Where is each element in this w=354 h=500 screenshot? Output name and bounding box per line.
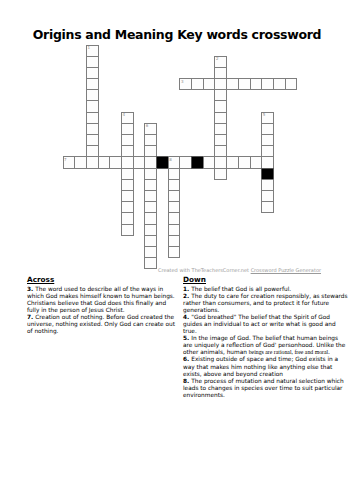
clue-item: 6. Existing outside of space and time; G… bbox=[183, 356, 349, 377]
page-title: Origins and Meaning Key words crossword bbox=[0, 27, 354, 42]
clue-number: 7. bbox=[27, 314, 35, 320]
grid-cell[interactable] bbox=[168, 246, 181, 258]
cell-number: 2 bbox=[216, 56, 219, 61]
clue-item: 7. Creation out of nothing. Before God c… bbox=[27, 314, 178, 335]
generator-credit: Created with TheTeachersCorner.net Cross… bbox=[158, 267, 321, 273]
clue-item: 3. The word used to describe all of the … bbox=[27, 286, 178, 314]
across-clue-list: 3. The word used to describe all of the … bbox=[27, 286, 178, 335]
across-clues-section: Across 3. The word used to describe all … bbox=[27, 276, 178, 335]
generator-link[interactable]: Crossword Puzzle Generator bbox=[251, 267, 321, 273]
clue-number: 2. bbox=[183, 293, 191, 299]
clue-serif-text: beings are rational, free and moral. bbox=[249, 349, 330, 355]
across-header: Across bbox=[27, 276, 178, 284]
crossword-grid: 12345678 bbox=[63, 45, 297, 269]
grid-cell[interactable] bbox=[214, 168, 227, 180]
crossword-page: Origins and Meaning Key words crossword … bbox=[0, 0, 354, 500]
cell-number: 1 bbox=[87, 45, 90, 50]
clue-number: 5. bbox=[183, 335, 191, 341]
down-clue-list: 1. The belief that God is all powerful.2… bbox=[183, 286, 349, 399]
credit-text: Created with TheTeachersCorner.net bbox=[158, 267, 251, 273]
cell-number: 6 bbox=[146, 123, 149, 128]
clue-number: 3. bbox=[27, 286, 35, 292]
clue-number: 8. bbox=[183, 378, 191, 384]
clue-number: 6. bbox=[183, 356, 191, 362]
down-clues-section: Down 1. The belief that God is all power… bbox=[183, 276, 349, 399]
cell-number: 4 bbox=[122, 112, 125, 117]
clue-item: 5. In the image of God. The belief that … bbox=[183, 335, 349, 356]
clue-item: 8. The process of mutation and natural s… bbox=[183, 378, 349, 399]
clue-number: 4. bbox=[183, 314, 191, 320]
cell-number: 7 bbox=[64, 157, 67, 162]
clue-item: 1. The belief that God is all powerful. bbox=[183, 286, 349, 293]
cell-number: 5 bbox=[263, 112, 266, 117]
clue-item: 4. "God breathed" The belief that the Sp… bbox=[183, 314, 349, 335]
clue-number: 1. bbox=[183, 286, 191, 292]
cell-number: 8 bbox=[169, 157, 172, 162]
grid-cell[interactable] bbox=[121, 224, 134, 236]
cell-number: 3 bbox=[181, 79, 184, 84]
down-header: Down bbox=[183, 276, 349, 284]
grid-cell[interactable] bbox=[285, 78, 298, 90]
grid-cell[interactable] bbox=[144, 257, 157, 269]
clue-item: 2. The duty to care for creation respons… bbox=[183, 293, 349, 314]
grid-cell[interactable] bbox=[261, 201, 274, 213]
